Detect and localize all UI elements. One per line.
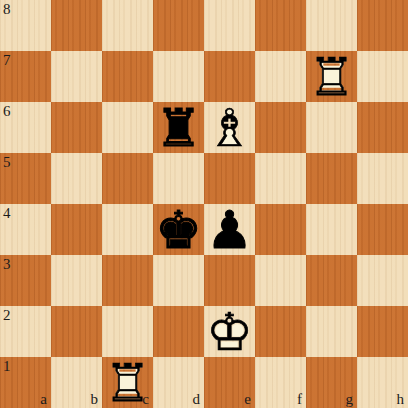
square-e4[interactable]: ♟ [204,204,255,255]
square-b2[interactable] [51,306,102,357]
square-e3[interactable] [204,255,255,306]
black-king-d4[interactable]: ♚ [153,204,204,255]
square-a7[interactable]: 7 [0,51,51,102]
square-b4[interactable] [51,204,102,255]
square-c7[interactable] [102,51,153,102]
square-f3[interactable] [255,255,306,306]
square-b7[interactable] [51,51,102,102]
file-label-a: a [40,392,47,407]
square-g1[interactable]: g [306,357,357,408]
square-b6[interactable] [51,102,102,153]
chess-board: 87♜♖6♜♝♗54♚♟32♚♔1abc♜♖defgh [0,0,408,408]
square-c5[interactable] [102,153,153,204]
square-a5[interactable]: 5 [0,153,51,204]
black-rook-d6[interactable]: ♜ [153,102,204,153]
square-d8[interactable] [153,0,204,51]
square-h8[interactable] [357,0,408,51]
square-f4[interactable] [255,204,306,255]
square-g8[interactable] [306,0,357,51]
black-rook-glyph: ♜ [153,102,204,153]
square-c8[interactable] [102,0,153,51]
square-a6[interactable]: 6 [0,102,51,153]
white-rook-outline-glyph: ♖ [102,357,153,408]
square-h4[interactable] [357,204,408,255]
square-d6[interactable]: ♜ [153,102,204,153]
rank-label-4: 4 [3,206,11,221]
square-a3[interactable]: 3 [0,255,51,306]
square-g6[interactable] [306,102,357,153]
square-h1[interactable]: h [357,357,408,408]
black-king-glyph: ♚ [153,204,204,255]
square-h2[interactable] [357,306,408,357]
square-h6[interactable] [357,102,408,153]
square-h3[interactable] [357,255,408,306]
white-rook-g7[interactable]: ♜♖ [306,51,357,102]
white-king-e2[interactable]: ♚♔ [204,306,255,357]
file-label-h: h [397,392,405,407]
square-f5[interactable] [255,153,306,204]
square-e2[interactable]: ♚♔ [204,306,255,357]
square-d2[interactable] [153,306,204,357]
square-e6[interactable]: ♝♗ [204,102,255,153]
square-b3[interactable] [51,255,102,306]
rank-label-5: 5 [3,155,11,170]
square-e5[interactable] [204,153,255,204]
white-bishop-outline-glyph: ♗ [204,102,255,153]
square-c3[interactable] [102,255,153,306]
square-b5[interactable] [51,153,102,204]
square-d1[interactable]: d [153,357,204,408]
square-a4[interactable]: 4 [0,204,51,255]
square-d4[interactable]: ♚ [153,204,204,255]
square-e1[interactable]: e [204,357,255,408]
square-h5[interactable] [357,153,408,204]
black-pawn-glyph: ♟ [204,204,255,255]
rank-label-7: 7 [3,53,11,68]
file-label-d: d [193,392,201,407]
white-rook-outline-glyph: ♖ [306,51,357,102]
square-c1[interactable]: c♜♖ [102,357,153,408]
black-pawn-e4[interactable]: ♟ [204,204,255,255]
square-g2[interactable] [306,306,357,357]
square-f6[interactable] [255,102,306,153]
square-a2[interactable]: 2 [0,306,51,357]
square-c4[interactable] [102,204,153,255]
file-label-b: b [91,392,99,407]
square-g5[interactable] [306,153,357,204]
square-d5[interactable] [153,153,204,204]
square-g4[interactable] [306,204,357,255]
rank-label-6: 6 [3,104,11,119]
file-label-f: f [297,392,302,407]
white-king-outline-glyph: ♔ [204,306,255,357]
square-g7[interactable]: ♜♖ [306,51,357,102]
rank-label-1: 1 [3,359,11,374]
white-rook-c1[interactable]: ♜♖ [102,357,153,408]
rank-label-3: 3 [3,257,11,272]
rank-label-2: 2 [3,308,11,323]
square-f7[interactable] [255,51,306,102]
square-a1[interactable]: 1a [0,357,51,408]
square-d7[interactable] [153,51,204,102]
square-d3[interactable] [153,255,204,306]
square-c6[interactable] [102,102,153,153]
square-b1[interactable]: b [51,357,102,408]
square-h7[interactable] [357,51,408,102]
file-label-g: g [346,392,354,407]
square-f1[interactable]: f [255,357,306,408]
square-b8[interactable] [51,0,102,51]
square-f2[interactable] [255,306,306,357]
file-label-e: e [244,392,251,407]
square-c2[interactable] [102,306,153,357]
square-e7[interactable] [204,51,255,102]
white-bishop-e6[interactable]: ♝♗ [204,102,255,153]
rank-label-8: 8 [3,2,11,17]
square-a8[interactable]: 8 [0,0,51,51]
square-g3[interactable] [306,255,357,306]
square-e8[interactable] [204,0,255,51]
square-f8[interactable] [255,0,306,51]
